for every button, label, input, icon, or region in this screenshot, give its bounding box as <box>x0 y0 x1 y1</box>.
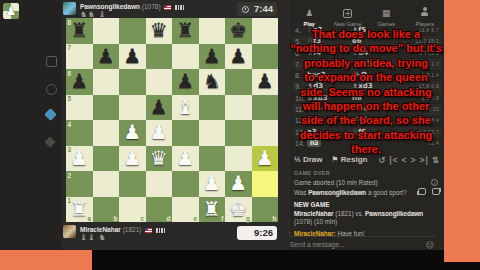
white-move[interactable]: a3 <box>307 127 352 138</box>
review-icon[interactable]: ↺ <box>378 155 386 165</box>
move-times: 13.7 15.1 <box>397 36 442 47</box>
square-b4[interactable] <box>93 120 120 146</box>
move-row-6[interactable]: 6.♗f4♗b43.7 11.1 <box>292 48 442 59</box>
square-c6[interactable] <box>119 69 146 95</box>
move-number: 11. <box>292 104 307 115</box>
square-h8[interactable] <box>252 18 279 44</box>
square-a5[interactable]: 5 <box>66 95 93 121</box>
square-g7[interactable]: ♟ <box>225 44 252 70</box>
square-g4[interactable] <box>225 120 252 146</box>
square-g1[interactable]: g♚ <box>225 197 252 223</box>
flip-board-icon[interactable]: ⇅ <box>432 155 440 165</box>
square-h7[interactable] <box>252 44 279 70</box>
square-e4[interactable] <box>172 120 199 146</box>
square-d3[interactable]: ♛ <box>146 146 173 172</box>
move-row-13[interactable]: 13.a3♘f61.4 13.7 <box>292 127 442 138</box>
move-number: 6. <box>292 48 307 59</box>
move-row-12[interactable]: 12.♗e5♖e813.1 18.4 <box>292 115 442 126</box>
square-d8[interactable]: ♛ <box>146 18 173 44</box>
matchup-line: MiracleNahar (1821) vs. Pawnsonglikedawn… <box>294 210 440 226</box>
square-d1[interactable]: d <box>146 197 173 223</box>
piece-wR-a1[interactable]: ♜ <box>66 197 93 223</box>
top-player-signal-bars-icon <box>175 4 185 11</box>
square-a2[interactable]: 2 <box>66 171 93 197</box>
chess-site-logo[interactable]: ♟ <box>3 3 19 19</box>
black-move[interactable]: ♗f5 <box>352 25 397 36</box>
emoji-smiley-icon[interactable]: ☺ <box>426 241 434 250</box>
white-move[interactable]: h3 <box>307 138 352 149</box>
move-times: 22.8 20 <box>397 104 442 115</box>
bottom-player-rating: (1821) <box>123 226 142 233</box>
players-person-icon <box>420 7 430 16</box>
black-move[interactable]: ♖e8 <box>352 115 397 126</box>
square-f7[interactable]: ♟ <box>199 44 226 70</box>
chat-area: GAME OVER Game aborted (10 min Rated) i … <box>294 170 440 237</box>
file-label-e: e <box>193 215 197 222</box>
rank-label-2: 2 <box>68 172 72 179</box>
panel-tabs: ♟ Play + New Game ▦ Games Players <box>290 0 444 22</box>
white-move[interactable]: ♘f3 <box>307 36 352 47</box>
black-move[interactable] <box>352 138 397 149</box>
piece-bP-e6[interactable]: ♟ <box>172 69 199 95</box>
skip-end-icon[interactable]: >| <box>420 155 429 165</box>
bottom-player-signal-bars-icon <box>156 227 166 234</box>
right-panel: ♟ Play + New Game ▦ Games Players 4.♘c3♗… <box>290 0 444 250</box>
black-move[interactable]: ♗b4 <box>352 48 397 59</box>
rank-label-7: 7 <box>68 44 72 51</box>
white-move[interactable]: ♗e5 <box>307 115 352 126</box>
top-player-avatar[interactable] <box>63 2 76 15</box>
top-player-rating: (1078) <box>142 3 161 10</box>
square-b8[interactable] <box>93 18 120 44</box>
square-a7[interactable]: 7 <box>66 44 93 70</box>
rank-label-5: 5 <box>68 95 72 102</box>
draw-button[interactable]: ½ Draw <box>294 155 322 164</box>
square-d6[interactable] <box>146 69 173 95</box>
white-move[interactable]: ♘c3 <box>307 25 352 36</box>
square-b3[interactable] <box>93 146 120 172</box>
piece-wP-h3[interactable]: ♟ <box>252 146 279 172</box>
orange-background-right <box>444 0 480 262</box>
file-label-c: c <box>140 215 144 222</box>
move-times: 1.8 1.4 <box>397 70 442 81</box>
square-g2[interactable]: ♟ <box>225 171 252 197</box>
square-h4[interactable] <box>252 120 279 146</box>
black-move[interactable]: ♗xd3 <box>352 81 397 92</box>
tab-play[interactable]: ♟ Play <box>290 0 329 22</box>
square-a3[interactable]: 3♟ <box>66 146 93 172</box>
square-h5[interactable] <box>252 95 279 121</box>
thumbs-down-icon[interactable] <box>432 188 440 195</box>
thumbs-up-icon[interactable] <box>418 188 426 195</box>
square-e3[interactable]: ♟ <box>172 146 199 172</box>
move-times: 17.8 0.8 <box>397 81 442 92</box>
black-move[interactable]: h6 <box>352 93 397 104</box>
square-e2[interactable] <box>172 171 199 197</box>
piece-bP-c7[interactable]: ♟ <box>119 44 146 70</box>
piece-wP-e3[interactable]: ♟ <box>172 146 199 172</box>
square-b6[interactable] <box>93 69 120 95</box>
new-game-plus-icon: + <box>343 9 352 18</box>
bottom-player-flag-icon <box>145 228 152 233</box>
forward-icon[interactable]: > <box>411 155 417 165</box>
piece-bP-h6[interactable]: ♟ <box>252 69 279 95</box>
square-b1[interactable]: b <box>93 197 120 223</box>
square-g5[interactable] <box>225 95 252 121</box>
square-c2[interactable] <box>119 171 146 197</box>
square-f6[interactable]: ♞ <box>199 69 226 95</box>
piece-wQ-d3[interactable]: ♛ <box>146 146 173 172</box>
move-times: 1.4 13.7 <box>397 127 442 138</box>
square-e8[interactable]: ♜ <box>172 18 199 44</box>
chess-board[interactable]: 8♜♛♜♚7♟♟♟♟6♟♟♞♟5♟♝4♟♟3♟♟♛♟♟2♟♟1a♜bcdef♜g… <box>66 18 278 222</box>
square-d5[interactable]: ♟ <box>146 95 173 121</box>
good-sport-line: Was Pawnsonglikedawn a good sport? <box>294 189 440 196</box>
game-controls: ½ Draw ⚑ Resign ↺|<<>>|⇅ <box>294 155 440 169</box>
black-move[interactable]: ♗xc3 <box>352 59 397 70</box>
move-number: 13. <box>292 127 307 138</box>
logo-pawn-icon: ♟ <box>3 3 19 19</box>
tab-players[interactable]: Players <box>406 0 445 22</box>
white-move[interactable]: ♕b3 <box>307 59 352 70</box>
square-b7[interactable]: ♟ <box>93 44 120 70</box>
piece-bP-a6[interactable]: ♟ <box>66 69 93 95</box>
square-g6[interactable] <box>225 69 252 95</box>
piece-bP-b7[interactable]: ♟ <box>93 44 120 70</box>
square-c8[interactable] <box>119 18 146 44</box>
square-d2[interactable] <box>146 171 173 197</box>
move-row-4[interactable]: 4.♘c3♗f513.8 5.7 <box>292 25 442 36</box>
square-c5[interactable] <box>119 95 146 121</box>
piece-bR-e8[interactable]: ♜ <box>172 18 199 44</box>
move-times: 3.7 11.1 <box>397 48 442 59</box>
move-number: 9. <box>292 81 307 92</box>
piece-wR-f1[interactable]: ♜ <box>199 197 226 223</box>
back-icon[interactable]: < <box>402 155 408 165</box>
move-times: 11.4 <box>397 138 442 149</box>
move-number: 8. <box>292 70 307 81</box>
white-move[interactable]: bxc3 <box>307 70 352 81</box>
black-move[interactable]: O-O <box>352 70 397 81</box>
file-label-d: d <box>167 215 171 222</box>
move-number: 10. <box>292 93 307 104</box>
bottom-player-avatar[interactable] <box>63 225 76 238</box>
square-a4[interactable]: 4 <box>66 120 93 146</box>
square-f3[interactable] <box>199 146 226 172</box>
square-b2[interactable] <box>93 171 120 197</box>
clock-running-icon <box>242 6 249 13</box>
square-b5[interactable] <box>93 95 120 121</box>
move-row-11[interactable]: 11.O-O♘e422.8 20 <box>292 104 442 115</box>
square-f4[interactable] <box>199 120 226 146</box>
orange-background-bottom-left <box>0 250 92 270</box>
move-times: 13.3 1.7 <box>397 59 442 70</box>
rail-play-icon[interactable] <box>46 56 57 67</box>
message-input[interactable]: Send a message... ☺ <box>290 241 436 248</box>
square-h3[interactable]: ♟ <box>252 146 279 172</box>
piece-wP-g2[interactable]: ♟ <box>225 171 252 197</box>
move-row-5[interactable]: 5.♘f3e613.7 15.1 <box>292 36 442 47</box>
piece-wP-c3[interactable]: ♟ <box>119 146 146 172</box>
left-sidebar-rail: ♟ <box>0 0 62 250</box>
play-pawn-icon: ♟ <box>304 9 314 18</box>
square-d4[interactable]: ♟ <box>146 120 173 146</box>
square-g8[interactable]: ♚ <box>225 18 252 44</box>
square-c7[interactable]: ♟ <box>119 44 146 70</box>
square-h2[interactable] <box>252 171 279 197</box>
move-row-14[interactable]: 14.h311.4 <box>292 138 442 149</box>
move-list[interactable]: 4.♘c3♗f513.8 5.75.♘f3e613.7 15.16.♗f4♗b4… <box>292 25 442 149</box>
skip-start-icon[interactable]: |< <box>389 155 398 165</box>
white-move[interactable]: ♕xd3 <box>307 93 352 104</box>
square-h1[interactable]: h <box>252 197 279 223</box>
piece-wP-a3[interactable]: ♟ <box>66 146 93 172</box>
move-number: 14. <box>292 138 307 149</box>
square-a6[interactable]: 6♟ <box>66 69 93 95</box>
white-move[interactable]: ♗f4 <box>307 48 352 59</box>
video-frame: ♟ Pawnsonglikedawn (1078) ♞♞ ♝ 7:44 8♜♛♜… <box>0 0 480 270</box>
piece-bR-a8[interactable]: ♜ <box>66 18 93 44</box>
piece-bK-g8[interactable]: ♚ <box>225 18 252 44</box>
game-over-label: GAME OVER <box>294 170 440 176</box>
square-c1[interactable]: c <box>119 197 146 223</box>
square-f5[interactable] <box>199 95 226 121</box>
move-row-8[interactable]: 8.bxc3O-O1.8 1.4 <box>292 70 442 81</box>
games-grid-icon: ▦ <box>381 9 391 18</box>
resign-button[interactable]: ⚑ Resign <box>331 155 367 164</box>
piece-wP-c4[interactable]: ♟ <box>119 120 146 146</box>
piece-bP-d5[interactable]: ♟ <box>146 95 173 121</box>
square-f1[interactable]: f♜ <box>199 197 226 223</box>
move-row-7[interactable]: 7.♕b3♗xc313.3 1.7 <box>292 59 442 70</box>
square-e5[interactable]: ♝ <box>172 95 199 121</box>
info-icon[interactable]: i <box>431 179 438 186</box>
top-player-flag-icon <box>164 5 171 10</box>
rail-diamond-icon[interactable] <box>44 108 57 121</box>
square-a8[interactable]: 8♜ <box>66 18 93 44</box>
move-row-9[interactable]: 9.♗d3♗xd317.8 0.8 <box>292 81 442 92</box>
piece-bQ-d8[interactable]: ♛ <box>146 18 173 44</box>
move-times: 13.1 18.4 <box>397 115 442 126</box>
white-move[interactable]: O-O <box>307 104 352 115</box>
square-g3[interactable] <box>225 146 252 172</box>
move-times: 13.8 5.7 <box>397 25 442 36</box>
square-f2[interactable]: ♟ <box>199 171 226 197</box>
bottom-player-captured-pieces: ♝♝ ♞ <box>80 234 106 242</box>
piece-bP-g7[interactable]: ♟ <box>225 44 252 70</box>
move-number: 5. <box>292 36 307 47</box>
piece-bN-f6[interactable]: ♞ <box>199 69 226 95</box>
move-number: 7. <box>292 59 307 70</box>
bottom-player-clock: 9:26 <box>237 226 277 240</box>
chat-divider <box>290 236 436 237</box>
new-game-label: NEW GAME <box>294 201 440 208</box>
piece-wP-f2[interactable]: ♟ <box>199 171 226 197</box>
piece-wK-g1[interactable]: ♚ <box>225 197 252 223</box>
file-label-h: h <box>273 215 277 222</box>
tab-new-game[interactable]: + New Game <box>329 0 368 22</box>
white-move[interactable]: ♗d3 <box>307 81 352 92</box>
square-f8[interactable] <box>199 18 226 44</box>
square-h6[interactable]: ♟ <box>252 69 279 95</box>
chess-app-window: ♟ Pawnsonglikedawn (1078) ♞♞ ♝ 7:44 8♜♛♜… <box>0 0 444 250</box>
square-e7[interactable] <box>172 44 199 70</box>
square-e6[interactable]: ♟ <box>172 69 199 95</box>
file-label-b: b <box>114 215 118 222</box>
square-a1[interactable]: 1a♜ <box>66 197 93 223</box>
square-c3[interactable]: ♟ <box>119 146 146 172</box>
move-nav-buttons: ↺|<<>>|⇅ <box>375 155 440 165</box>
move-times: 2.6 0.6 <box>397 93 442 104</box>
move-number: 4. <box>292 25 307 36</box>
black-move[interactable]: ♘e4 <box>352 104 397 115</box>
square-e1[interactable]: e <box>172 197 199 223</box>
black-move[interactable]: e6 <box>352 36 397 47</box>
tab-games[interactable]: ▦ Games <box>367 0 406 22</box>
rank-label-4: 4 <box>68 121 72 128</box>
move-row-10[interactable]: 10.♕xd3h62.6 0.6 <box>292 93 442 104</box>
square-c4[interactable]: ♟ <box>119 120 146 146</box>
square-d7[interactable] <box>146 44 173 70</box>
black-move[interactable]: ♘f6 <box>352 127 397 138</box>
resign-flag-icon: ⚑ <box>331 155 338 164</box>
piece-wP-d4[interactable]: ♟ <box>146 120 173 146</box>
top-player-clock: 7:44 <box>237 2 277 16</box>
piece-wB-e5[interactable]: ♝ <box>172 95 199 121</box>
game-aborted-line: Game aborted (10 min Rated) i <box>294 179 440 186</box>
piece-bP-f7[interactable]: ♟ <box>199 44 226 70</box>
move-number: 12. <box>292 115 307 126</box>
rail-more-icon[interactable] <box>44 136 55 147</box>
rail-puzzles-icon[interactable] <box>46 84 57 95</box>
